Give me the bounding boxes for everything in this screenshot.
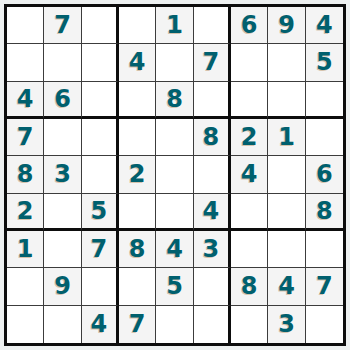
cell-r8c7[interactable]: 8 xyxy=(231,268,268,305)
cell-r6c4[interactable] xyxy=(119,194,156,231)
cell-r2c4[interactable]: 4 xyxy=(119,44,156,81)
cell-r9c8[interactable]: 3 xyxy=(268,306,305,343)
cell-r7c6[interactable]: 3 xyxy=(194,231,231,268)
cell-r7c1[interactable]: 1 xyxy=(7,231,44,268)
cell-r2c8[interactable] xyxy=(268,44,305,81)
cell-r7c3[interactable]: 7 xyxy=(82,231,119,268)
cell-r2c2[interactable] xyxy=(44,44,81,81)
cell-r4c8[interactable]: 1 xyxy=(268,119,305,156)
cell-r9c7[interactable] xyxy=(231,306,268,343)
cell-r1c7[interactable]: 6 xyxy=(231,7,268,44)
cell-r6c5[interactable] xyxy=(156,194,193,231)
cell-r5c9[interactable]: 6 xyxy=(306,156,343,193)
cell-r3c2[interactable]: 6 xyxy=(44,82,81,119)
cell-r5c1[interactable]: 8 xyxy=(7,156,44,193)
cell-r1c5[interactable]: 1 xyxy=(156,7,193,44)
cell-r3c8[interactable] xyxy=(268,82,305,119)
cell-r9c5[interactable] xyxy=(156,306,193,343)
cell-r1c2[interactable]: 7 xyxy=(44,7,81,44)
cell-r3c5[interactable]: 8 xyxy=(156,82,193,119)
cell-r8c5[interactable]: 5 xyxy=(156,268,193,305)
cell-r9c9[interactable] xyxy=(306,306,343,343)
cell-r1c6[interactable] xyxy=(194,7,231,44)
cell-r3c7[interactable] xyxy=(231,82,268,119)
cell-r2c1[interactable] xyxy=(7,44,44,81)
cell-r5c8[interactable] xyxy=(268,156,305,193)
cell-r2c9[interactable]: 5 xyxy=(306,44,343,81)
cell-r8c4[interactable] xyxy=(119,268,156,305)
cell-r8c9[interactable]: 7 xyxy=(306,268,343,305)
cell-r4c9[interactable] xyxy=(306,119,343,156)
cell-r1c9[interactable]: 4 xyxy=(306,7,343,44)
cell-r8c1[interactable] xyxy=(7,268,44,305)
cell-r9c4[interactable]: 7 xyxy=(119,306,156,343)
cell-r6c2[interactable] xyxy=(44,194,81,231)
cell-r6c3[interactable]: 5 xyxy=(82,194,119,231)
cell-r3c4[interactable] xyxy=(119,82,156,119)
cell-r6c6[interactable]: 4 xyxy=(194,194,231,231)
cell-r9c1[interactable] xyxy=(7,306,44,343)
cell-r2c7[interactable] xyxy=(231,44,268,81)
cell-r5c3[interactable] xyxy=(82,156,119,193)
cell-r8c3[interactable] xyxy=(82,268,119,305)
cell-r5c6[interactable] xyxy=(194,156,231,193)
cell-r1c4[interactable] xyxy=(119,7,156,44)
cell-r4c2[interactable] xyxy=(44,119,81,156)
cell-r5c7[interactable]: 4 xyxy=(231,156,268,193)
cell-r6c8[interactable] xyxy=(268,194,305,231)
cell-r1c3[interactable] xyxy=(82,7,119,44)
cell-r7c9[interactable] xyxy=(306,231,343,268)
cell-r4c4[interactable] xyxy=(119,119,156,156)
cell-r9c6[interactable] xyxy=(194,306,231,343)
cell-r4c3[interactable] xyxy=(82,119,119,156)
sudoku-page: 7169447546878218324625481784395847473 xyxy=(0,0,350,350)
cell-r7c4[interactable]: 8 xyxy=(119,231,156,268)
cell-r8c8[interactable]: 4 xyxy=(268,268,305,305)
cell-r7c7[interactable] xyxy=(231,231,268,268)
cell-r6c1[interactable]: 2 xyxy=(7,194,44,231)
cell-r9c3[interactable]: 4 xyxy=(82,306,119,343)
cell-r4c1[interactable]: 7 xyxy=(7,119,44,156)
sudoku-board: 7169447546878218324625481784395847473 xyxy=(4,4,346,346)
cell-r8c2[interactable]: 9 xyxy=(44,268,81,305)
cell-r5c5[interactable] xyxy=(156,156,193,193)
cell-r4c6[interactable]: 8 xyxy=(194,119,231,156)
cell-r2c5[interactable] xyxy=(156,44,193,81)
cell-r3c6[interactable] xyxy=(194,82,231,119)
cell-r3c9[interactable] xyxy=(306,82,343,119)
cell-r4c5[interactable] xyxy=(156,119,193,156)
cell-r9c2[interactable] xyxy=(44,306,81,343)
cell-r6c7[interactable] xyxy=(231,194,268,231)
cell-r6c9[interactable]: 8 xyxy=(306,194,343,231)
cell-r4c7[interactable]: 2 xyxy=(231,119,268,156)
cell-r5c4[interactable]: 2 xyxy=(119,156,156,193)
cell-r7c2[interactable] xyxy=(44,231,81,268)
cell-r3c1[interactable]: 4 xyxy=(7,82,44,119)
cell-r2c3[interactable] xyxy=(82,44,119,81)
cell-r1c8[interactable]: 9 xyxy=(268,7,305,44)
cell-r7c5[interactable]: 4 xyxy=(156,231,193,268)
cell-r7c8[interactable] xyxy=(268,231,305,268)
cell-r5c2[interactable]: 3 xyxy=(44,156,81,193)
cell-r1c1[interactable] xyxy=(7,7,44,44)
cell-r2c6[interactable]: 7 xyxy=(194,44,231,81)
cell-r3c3[interactable] xyxy=(82,82,119,119)
cell-r8c6[interactable] xyxy=(194,268,231,305)
